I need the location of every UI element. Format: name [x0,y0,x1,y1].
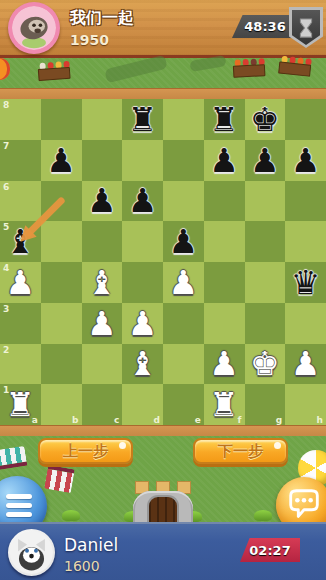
square-g6[interactable] [245,181,286,222]
square-h7[interactable]: ♟ [285,140,326,181]
square-c8[interactable] [82,99,123,140]
file-label-c: c [114,415,119,425]
square-a3[interactable]: 3 [0,303,41,344]
square-e4[interactable]: ♟ [163,262,204,303]
next-move-label: 下一步 [218,442,263,461]
square-b6[interactable] [41,181,82,222]
square-f7[interactable]: ♟ [204,140,245,181]
player-rating: 1600 [64,558,118,574]
opponent-info: 我们一起 1950 [70,8,134,48]
square-b3[interactable] [41,303,82,344]
black-pawn-h7[interactable]: ♟ [291,144,321,177]
file-label-h: h [317,415,323,425]
square-d4[interactable] [122,262,163,303]
white-pawn-e4[interactable]: ♟ [169,266,199,299]
black-rook-d8[interactable]: ♜ [128,103,158,136]
square-f1[interactable]: f♜ [204,384,245,425]
white-pawn-a4[interactable]: ♟ [6,266,36,299]
square-c7[interactable] [82,140,123,181]
square-c3[interactable]: ♟ [82,303,123,344]
black-pawn-c6[interactable]: ♟ [87,184,117,217]
gate-door [147,495,179,522]
hamburger-menu-icon [6,494,32,521]
square-e2[interactable] [163,344,204,385]
square-a5[interactable]: 5♝ [0,221,41,262]
opponent-bar: 我们一起 1950 48:36 [0,0,326,58]
square-d2[interactable]: ♝ [122,344,163,385]
square-c4[interactable]: ♝ [82,262,123,303]
previous-move-button[interactable]: 上一步 [38,438,133,464]
previous-move-label: 上一步 [63,442,108,461]
rank-label-6: 6 [3,182,9,192]
black-rook-f8[interactable]: ♜ [209,103,239,136]
square-h4[interactable]: ♛ [285,262,326,303]
square-a8[interactable]: 8 [0,99,41,140]
planter [38,67,71,81]
sloth-avatar-icon [12,6,56,50]
player-info: Daniel 1600 [64,535,118,574]
white-pawn-d3[interactable]: ♟ [128,307,158,340]
black-pawn-f7[interactable]: ♟ [209,144,239,177]
chess-app-screen: 我们一起 1950 48:36 8♜♜♚7♟♟ [0,0,326,580]
square-g2[interactable]: ♚ [245,344,286,385]
square-b8[interactable] [41,99,82,140]
player-clock-time: 02:27 [249,543,290,558]
opponent-name: 我们一起 [70,8,134,29]
file-label-g: g [276,415,282,425]
square-c2[interactable] [82,344,123,385]
rank-label-2: 2 [3,345,9,355]
square-f5[interactable] [204,221,245,262]
chess-board: 8♜♜♚7♟♟♟♟6♟♟5♝♟4♟♝♟♛3♟♟2♝♟♚♟1a♜bcdef♜gh [0,99,326,425]
square-g4[interactable] [245,262,286,303]
square-g5[interactable] [245,221,286,262]
file-label-d: d [154,415,160,425]
button-shine [274,442,281,449]
black-pawn-b7[interactable]: ♟ [46,144,76,177]
black-pawn-g7[interactable]: ♟ [250,144,280,177]
next-move-button[interactable]: 下一步 [193,438,288,464]
button-shine [119,442,126,449]
black-king-g8[interactable]: ♚ [250,103,280,136]
square-a7[interactable]: 7 [0,140,41,181]
square-a6[interactable]: 6 [0,181,41,222]
flower-box [233,58,264,78]
black-pawn-d6[interactable]: ♟ [128,184,158,217]
square-b1[interactable]: b [41,384,82,425]
white-rook-f1[interactable]: ♜ [209,388,239,421]
file-label-b: b [72,415,78,425]
square-b2[interactable] [41,344,82,385]
white-pawn-f2[interactable]: ♟ [209,347,239,380]
square-b7[interactable]: ♟ [41,140,82,181]
square-d1[interactable]: d [122,384,163,425]
flower-box [37,61,68,81]
player-clock: 02:27 [240,538,300,562]
rank-label-4: 4 [3,263,9,273]
square-b4[interactable] [41,262,82,303]
white-king-g2[interactable]: ♚ [250,347,280,380]
opponent-avatar[interactable] [8,2,60,54]
opponent-clock-badge [289,7,323,48]
white-pawn-c3[interactable]: ♟ [87,307,117,340]
hourglass-icon [299,18,313,38]
black-queen-h4[interactable]: ♛ [291,266,321,299]
square-h8[interactable] [285,99,326,140]
rank-label-5: 5 [3,222,9,232]
square-e6[interactable] [163,181,204,222]
square-d6[interactable]: ♟ [122,181,163,222]
square-h1[interactable]: h [285,384,326,425]
red-awning-decoration [44,465,75,493]
castle-gate [133,481,193,522]
flower-box [278,55,310,76]
square-f3[interactable] [204,303,245,344]
square-d7[interactable] [122,140,163,181]
opponent-rating: 1950 [70,32,134,48]
square-d3[interactable]: ♟ [122,303,163,344]
file-label-e: e [195,415,201,425]
square-c6[interactable]: ♟ [82,181,123,222]
black-bishop-a5[interactable]: ♝ [6,225,36,258]
square-a4[interactable]: 4♟ [0,262,41,303]
rank-label-8: 8 [3,100,9,110]
square-d8[interactable]: ♜ [122,99,163,140]
rank-label-7: 7 [3,141,9,151]
opponent-clock-time: 48:36 [244,19,285,34]
square-f6[interactable] [204,181,245,222]
square-f4[interactable] [204,262,245,303]
planter [233,64,266,78]
square-h2[interactable]: ♟ [285,344,326,385]
square-h3[interactable] [285,303,326,344]
square-a1[interactable]: 1a♜ [0,384,41,425]
chat-bubble-icon [285,486,323,524]
black-pawn-e5[interactable]: ♟ [169,225,199,258]
square-h5[interactable] [285,221,326,262]
white-pawn-h2[interactable]: ♟ [291,347,321,380]
square-g3[interactable] [245,303,286,344]
bush [254,510,272,521]
square-a2[interactable]: 2 [0,344,41,385]
square-b5[interactable] [41,221,82,262]
square-g8[interactable]: ♚ [245,99,286,140]
square-g7[interactable]: ♟ [245,140,286,181]
husky-avatar-icon [10,531,53,574]
rank-label-3: 3 [3,304,9,314]
square-e8[interactable] [163,99,204,140]
square-g1[interactable]: g [245,384,286,425]
white-bishop-d2[interactable]: ♝ [128,347,158,380]
square-h6[interactable] [285,181,326,222]
bush [62,510,80,521]
square-e7[interactable] [163,140,204,181]
square-f2[interactable]: ♟ [204,344,245,385]
square-f8[interactable]: ♜ [204,99,245,140]
square-e5[interactable]: ♟ [163,221,204,262]
player-name: Daniel [64,535,118,555]
square-d5[interactable] [122,221,163,262]
file-label-f: f [238,415,242,425]
square-c1[interactable]: c [82,384,123,425]
file-label-a: a [32,415,38,425]
white-bishop-c4[interactable]: ♝ [87,266,117,299]
square-e3[interactable] [163,303,204,344]
player-avatar[interactable] [8,529,55,576]
square-e1[interactable]: e [163,384,204,425]
square-c5[interactable] [82,221,123,262]
rank-label-1: 1 [3,385,9,395]
